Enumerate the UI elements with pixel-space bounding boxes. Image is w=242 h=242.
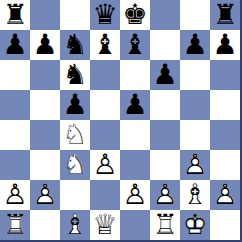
piece-outline-glyph: ♖ [0,210,30,240]
square-a4[interactable] [0,120,30,150]
square-d1[interactable]: ♛♕ [90,210,120,240]
white-rook-piece: ♜♖ [150,210,180,240]
black-bishop-piece: ♝ [120,30,150,60]
white-knight-piece: ♞♘ [60,150,90,180]
square-h5[interactable] [210,90,240,120]
black-pawn-piece: ♟ [180,30,210,60]
piece-outline-glyph: ♕ [90,210,120,240]
square-e3[interactable] [120,150,150,180]
square-h4[interactable] [210,120,240,150]
square-e4[interactable] [120,120,150,150]
piece-outline-glyph: ♙ [120,180,150,210]
square-b7[interactable]: ♟ [30,30,60,60]
square-a5[interactable] [0,90,30,120]
piece-outline-glyph: ♗ [180,180,210,210]
square-d2[interactable] [90,180,120,210]
square-a6[interactable] [0,60,30,90]
black-pawn-piece: ♟ [30,30,60,60]
square-f4[interactable] [150,120,180,150]
piece-outline-glyph: ♙ [90,150,120,180]
square-g3[interactable]: ♟♙ [180,150,210,180]
white-pawn-piece: ♟♙ [120,180,150,210]
square-f3[interactable] [150,150,180,180]
square-g5[interactable] [180,90,210,120]
square-c1[interactable]: ♝♗ [60,210,90,240]
black-knight-piece: ♞ [60,60,90,90]
square-h3[interactable] [210,150,240,180]
square-b6[interactable] [30,60,60,90]
square-a7[interactable]: ♟ [0,30,30,60]
square-c4[interactable]: ♞♘ [60,120,90,150]
square-d4[interactable] [90,120,120,150]
white-pawn-piece: ♟♙ [150,180,180,210]
black-bishop-piece: ♝ [90,30,120,60]
square-e1[interactable] [120,210,150,240]
square-g8[interactable] [180,0,210,30]
square-f2[interactable]: ♟♙ [150,180,180,210]
square-g4[interactable] [180,120,210,150]
piece-outline-glyph: ♔ [180,210,210,240]
black-pawn-piece: ♟ [0,30,30,60]
square-h8[interactable]: ♜ [210,0,240,30]
square-c6[interactable]: ♞ [60,60,90,90]
black-queen-piece: ♛ [90,0,120,30]
square-e5[interactable]: ♟ [120,90,150,120]
square-d5[interactable] [90,90,120,120]
square-h6[interactable] [210,60,240,90]
square-a3[interactable] [0,150,30,180]
white-queen-piece: ♛♕ [90,210,120,240]
white-bishop-piece: ♝♗ [60,210,90,240]
square-b4[interactable] [30,120,60,150]
piece-outline-glyph: ♙ [0,180,30,210]
square-b5[interactable] [30,90,60,120]
piece-outline-glyph: ♙ [150,180,180,210]
black-pawn-piece: ♟ [150,60,180,90]
square-f6[interactable]: ♟ [150,60,180,90]
black-pawn-piece: ♟ [120,90,150,120]
square-g1[interactable]: ♚♔ [180,210,210,240]
square-h7[interactable]: ♟ [210,30,240,60]
square-c3[interactable]: ♞♘ [60,150,90,180]
black-knight-piece: ♞ [60,30,90,60]
square-h2[interactable]: ♟♙ [210,180,240,210]
square-f8[interactable] [150,0,180,30]
square-e8[interactable]: ♚ [120,0,150,30]
white-pawn-piece: ♟♙ [30,180,60,210]
square-c8[interactable] [60,0,90,30]
square-a1[interactable]: ♜♖ [0,210,30,240]
white-bishop-piece: ♝♗ [180,180,210,210]
piece-outline-glyph: ♙ [210,180,240,210]
square-f1[interactable]: ♜♖ [150,210,180,240]
square-a2[interactable]: ♟♙ [0,180,30,210]
white-king-piece: ♚♔ [180,210,210,240]
square-d3[interactable]: ♟♙ [90,150,120,180]
black-rook-piece: ♜ [210,0,240,30]
black-rook-piece: ♜ [0,0,30,30]
white-pawn-piece: ♟♙ [180,150,210,180]
square-b8[interactable] [30,0,60,30]
piece-outline-glyph: ♘ [60,150,90,180]
white-pawn-piece: ♟♙ [210,180,240,210]
white-rook-piece: ♜♖ [0,210,30,240]
square-d6[interactable] [90,60,120,90]
square-b3[interactable] [30,150,60,180]
square-c5[interactable]: ♟ [60,90,90,120]
square-e6[interactable] [120,60,150,90]
black-pawn-piece: ♟ [210,30,240,60]
black-king-piece: ♚ [120,0,150,30]
piece-outline-glyph: ♖ [150,210,180,240]
white-pawn-piece: ♟♙ [90,150,120,180]
square-h1[interactable] [210,210,240,240]
square-f5[interactable] [150,90,180,120]
square-a8[interactable]: ♜ [0,0,30,30]
piece-outline-glyph: ♗ [60,210,90,240]
white-pawn-piece: ♟♙ [0,180,30,210]
piece-outline-glyph: ♙ [30,180,60,210]
square-c2[interactable] [60,180,90,210]
square-b2[interactable]: ♟♙ [30,180,60,210]
piece-outline-glyph: ♙ [180,150,210,180]
square-g6[interactable] [180,60,210,90]
black-pawn-piece: ♟ [60,90,90,120]
square-c7[interactable]: ♞ [60,30,90,60]
square-g2[interactable]: ♝♗ [180,180,210,210]
square-f7[interactable] [150,30,180,60]
white-knight-piece: ♞♘ [60,120,90,150]
chess-board: ♜♛♚♜♟♟♞♝♝♟♟♞♟♟♟♞♘♞♘♟♙♟♙♟♙♟♙♟♙♟♙♝♗♟♙♜♖♝♗♛… [0,0,242,242]
square-e2[interactable]: ♟♙ [120,180,150,210]
square-g7[interactable]: ♟ [180,30,210,60]
square-e7[interactable]: ♝ [120,30,150,60]
piece-outline-glyph: ♘ [60,120,90,150]
square-d8[interactable]: ♛ [90,0,120,30]
square-b1[interactable] [30,210,60,240]
square-d7[interactable]: ♝ [90,30,120,60]
